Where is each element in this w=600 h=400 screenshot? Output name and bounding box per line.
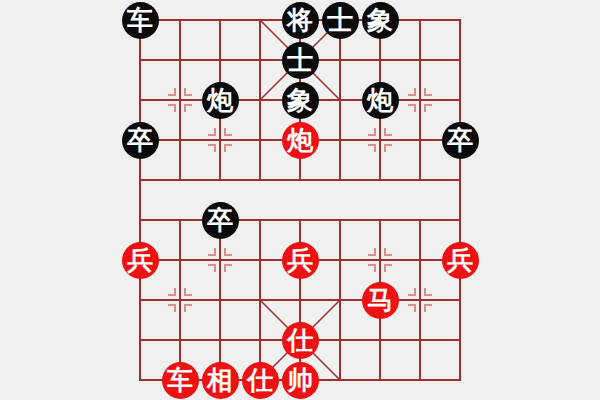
piece-black-soldier[interactable]: 卒 [202,202,239,239]
piece-black-advisor[interactable]: 士 [282,42,319,79]
piece-cell: 士 [320,0,360,40]
piece-cell: 马 [360,280,400,320]
piece-cell: 象 [360,0,400,40]
piece-cell: 士 [280,40,320,80]
piece-cell: 仕 [280,320,320,360]
piece-black-general[interactable]: 将 [282,2,319,39]
xiangqi-board: 车将士象士炮象炮卒炮卒卒兵兵兵马仕车相仕帅 [0,0,600,400]
piece-cell: 卒 [440,120,480,160]
piece-red-general[interactable]: 帅 [282,362,319,399]
piece-cell: 炮 [200,80,240,120]
piece-cell: 象 [280,80,320,120]
piece-cell: 兵 [120,240,160,280]
piece-red-elephant[interactable]: 相 [202,362,239,399]
piece-black-elephant[interactable]: 象 [362,2,399,39]
piece-black-elephant[interactable]: 象 [282,82,319,119]
piece-cell: 兵 [440,240,480,280]
piece-cell: 炮 [280,120,320,160]
piece-red-cannon[interactable]: 炮 [282,122,319,159]
piece-black-soldier[interactable]: 卒 [442,122,479,159]
piece-cell: 仕 [240,360,280,400]
piece-cell: 炮 [360,80,400,120]
piece-red-horse[interactable]: 马 [362,282,399,319]
piece-black-soldier[interactable]: 卒 [122,122,159,159]
piece-cell: 帅 [280,360,320,400]
pieces-layer: 车将士象士炮象炮卒炮卒卒兵兵兵马仕车相仕帅 [120,0,480,400]
piece-red-advisor[interactable]: 仕 [282,322,319,359]
piece-cell: 相 [200,360,240,400]
piece-red-soldier[interactable]: 兵 [442,242,479,279]
piece-red-chariot[interactable]: 车 [162,362,199,399]
piece-black-advisor[interactable]: 士 [322,2,359,39]
piece-red-soldier[interactable]: 兵 [122,242,159,279]
piece-red-soldier[interactable]: 兵 [282,242,319,279]
piece-black-cannon[interactable]: 炮 [202,82,239,119]
piece-black-chariot[interactable]: 车 [122,2,159,39]
piece-cell: 车 [120,0,160,40]
piece-cell: 卒 [120,120,160,160]
piece-black-cannon[interactable]: 炮 [362,82,399,119]
piece-cell: 卒 [200,200,240,240]
piece-cell: 将 [280,0,320,40]
piece-cell: 兵 [280,240,320,280]
piece-cell: 车 [160,360,200,400]
piece-red-advisor[interactable]: 仕 [242,362,279,399]
